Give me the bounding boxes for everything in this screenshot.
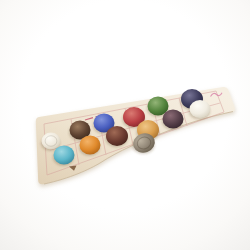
disc-face [106, 126, 128, 146]
disc-face [163, 110, 184, 129]
disc-face [54, 146, 75, 165]
disc-face [190, 100, 211, 118]
disc-face [42, 133, 61, 150]
disc-card-photo [0, 0, 250, 250]
photo-scene [0, 0, 250, 250]
disc-face [80, 136, 101, 155]
